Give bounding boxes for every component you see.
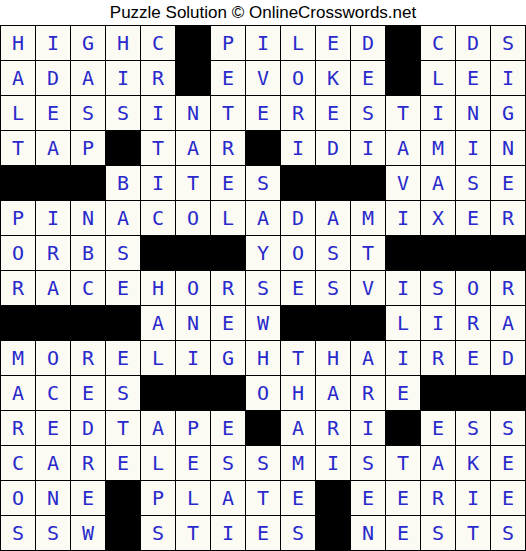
letter-cell[interactable]: R bbox=[141, 61, 175, 95]
black-cell bbox=[106, 516, 140, 550]
letter-cell[interactable]: I bbox=[421, 96, 455, 130]
letter-cell[interactable]: A bbox=[36, 446, 70, 480]
black-cell bbox=[106, 131, 140, 165]
letter-cell[interactable]: V bbox=[246, 61, 280, 95]
letter-cell[interactable]: I bbox=[141, 166, 175, 200]
letter-cell[interactable]: S bbox=[316, 271, 350, 305]
letter-cell[interactable]: S bbox=[316, 236, 350, 270]
letter-cell[interactable]: I bbox=[316, 446, 350, 480]
letter-cell[interactable]: M bbox=[1, 341, 35, 375]
black-cell bbox=[141, 236, 175, 270]
black-cell bbox=[246, 131, 280, 165]
letter-cell[interactable]: E bbox=[211, 61, 245, 95]
letter-cell[interactable]: E bbox=[36, 96, 70, 130]
letter-cell[interactable]: I bbox=[211, 516, 245, 550]
letter-cell[interactable]: S bbox=[211, 446, 245, 480]
letter-cell[interactable]: N bbox=[351, 516, 385, 550]
letter-cell[interactable]: H bbox=[281, 376, 315, 410]
letter-cell[interactable]: R bbox=[316, 411, 350, 445]
letter-cell[interactable]: A bbox=[386, 131, 420, 165]
letter-cell[interactable]: A bbox=[176, 131, 210, 165]
letter-cell[interactable]: O bbox=[36, 341, 70, 375]
letter-cell[interactable]: E bbox=[351, 61, 385, 95]
black-cell bbox=[316, 166, 350, 200]
letter-cell[interactable]: L bbox=[141, 341, 175, 375]
letter-cell[interactable]: G bbox=[71, 26, 105, 60]
letter-cell[interactable]: E bbox=[456, 201, 490, 235]
letter-cell[interactable]: L bbox=[141, 446, 175, 480]
letter-cell[interactable]: L bbox=[421, 61, 455, 95]
black-cell bbox=[351, 306, 385, 340]
letter-cell[interactable]: E bbox=[71, 376, 105, 410]
letter-cell[interactable]: E bbox=[316, 26, 350, 60]
letter-cell[interactable]: C bbox=[1, 446, 35, 480]
letter-cell[interactable]: S bbox=[1, 516, 35, 550]
black-cell bbox=[456, 236, 490, 270]
letter-cell[interactable]: S bbox=[421, 516, 455, 550]
letter-cell[interactable]: E bbox=[456, 341, 490, 375]
letter-cell[interactable]: P bbox=[176, 411, 210, 445]
letter-cell[interactable]: P bbox=[211, 26, 245, 60]
letter-cell[interactable]: I bbox=[176, 341, 210, 375]
letter-cell[interactable]: R bbox=[281, 96, 315, 130]
letter-cell[interactable]: A bbox=[211, 481, 245, 515]
letter-cell[interactable]: C bbox=[421, 26, 455, 60]
letter-cell[interactable]: R bbox=[421, 341, 455, 375]
letter-cell[interactable]: R bbox=[71, 446, 105, 480]
letter-cell[interactable]: C bbox=[141, 201, 175, 235]
letter-cell[interactable]: A bbox=[246, 201, 280, 235]
letter-cell[interactable]: N bbox=[36, 481, 70, 515]
letter-cell[interactable]: L bbox=[1, 96, 35, 130]
letter-cell[interactable]: S bbox=[36, 516, 70, 550]
letter-cell[interactable]: I bbox=[456, 131, 490, 165]
letter-cell[interactable]: R bbox=[211, 271, 245, 305]
black-cell bbox=[281, 306, 315, 340]
letter-cell[interactable]: R bbox=[71, 341, 105, 375]
letter-cell[interactable]: S bbox=[246, 446, 280, 480]
letter-cell[interactable]: K bbox=[456, 446, 490, 480]
letter-cell[interactable]: A bbox=[1, 61, 35, 95]
letter-cell[interactable]: R bbox=[1, 271, 35, 305]
black-cell bbox=[491, 236, 525, 270]
letter-cell[interactable]: A bbox=[36, 131, 70, 165]
letter-cell[interactable]: L bbox=[176, 481, 210, 515]
letter-cell[interactable]: N bbox=[491, 131, 525, 165]
letter-cell[interactable]: T bbox=[1, 131, 35, 165]
letter-cell[interactable]: E bbox=[491, 446, 525, 480]
letter-cell[interactable]: S bbox=[106, 96, 140, 130]
letter-cell[interactable]: E bbox=[281, 271, 315, 305]
black-cell bbox=[106, 481, 140, 515]
letter-cell[interactable]: T bbox=[386, 96, 420, 130]
letter-cell[interactable]: A bbox=[36, 271, 70, 305]
letter-cell[interactable]: O bbox=[176, 271, 210, 305]
letter-cell[interactable]: S bbox=[246, 166, 280, 200]
black-cell bbox=[351, 166, 385, 200]
letter-cell[interactable]: T bbox=[386, 446, 420, 480]
crossword-grid: HIGHCPILEDCDSADAIREVOKELEILESSINTERESTIN… bbox=[0, 25, 526, 551]
letter-cell[interactable]: T bbox=[456, 516, 490, 550]
black-cell bbox=[316, 481, 350, 515]
black-cell bbox=[386, 236, 420, 270]
letter-cell[interactable]: B bbox=[106, 166, 140, 200]
black-cell bbox=[316, 516, 350, 550]
letter-cell[interactable]: E bbox=[211, 166, 245, 200]
letter-cell[interactable]: E bbox=[386, 481, 420, 515]
black-cell bbox=[316, 306, 350, 340]
black-cell bbox=[386, 411, 420, 445]
letter-cell[interactable]: A bbox=[351, 341, 385, 375]
letter-cell[interactable]: A bbox=[316, 376, 350, 410]
letter-cell[interactable]: X bbox=[421, 201, 455, 235]
letter-cell[interactable]: N bbox=[71, 201, 105, 235]
letter-cell[interactable]: A bbox=[281, 411, 315, 445]
letter-cell[interactable]: S bbox=[491, 26, 525, 60]
letter-cell[interactable]: C bbox=[141, 26, 175, 60]
letter-cell[interactable]: A bbox=[1, 376, 35, 410]
letter-cell[interactable]: E bbox=[211, 411, 245, 445]
letter-cell[interactable]: O bbox=[456, 271, 490, 305]
black-cell bbox=[71, 306, 105, 340]
letter-cell[interactable]: D bbox=[36, 61, 70, 95]
letter-cell[interactable]: E bbox=[421, 411, 455, 445]
letter-cell[interactable]: T bbox=[281, 341, 315, 375]
letter-cell[interactable]: A bbox=[491, 306, 525, 340]
black-cell bbox=[1, 166, 35, 200]
letter-cell[interactable]: I bbox=[246, 26, 280, 60]
letter-cell[interactable]: E bbox=[281, 481, 315, 515]
letter-cell[interactable]: T bbox=[211, 96, 245, 130]
letter-cell[interactable]: E bbox=[246, 96, 280, 130]
letter-cell[interactable]: C bbox=[71, 271, 105, 305]
letter-cell[interactable]: I bbox=[281, 131, 315, 165]
black-cell bbox=[176, 236, 210, 270]
letter-cell[interactable]: I bbox=[351, 411, 385, 445]
letter-cell[interactable]: H bbox=[316, 341, 350, 375]
letter-cell[interactable]: A bbox=[316, 201, 350, 235]
letter-cell[interactable]: D bbox=[456, 26, 490, 60]
letter-cell[interactable]: N bbox=[176, 96, 210, 130]
letter-cell[interactable]: R bbox=[421, 481, 455, 515]
letter-cell[interactable]: O bbox=[281, 236, 315, 270]
letter-cell[interactable]: E bbox=[316, 96, 350, 130]
letter-cell[interactable]: M bbox=[421, 131, 455, 165]
letter-cell[interactable]: G bbox=[491, 96, 525, 130]
letter-cell[interactable]: O bbox=[281, 61, 315, 95]
letter-cell[interactable]: E bbox=[36, 411, 70, 445]
letter-cell[interactable]: I bbox=[106, 61, 140, 95]
letter-cell[interactable]: E bbox=[456, 61, 490, 95]
letter-cell[interactable]: T bbox=[351, 236, 385, 270]
letter-cell[interactable]: S bbox=[281, 516, 315, 550]
letter-cell[interactable]: E bbox=[246, 516, 280, 550]
letter-cell[interactable]: H bbox=[1, 26, 35, 60]
letter-cell[interactable]: I bbox=[36, 26, 70, 60]
letter-cell[interactable]: P bbox=[141, 481, 175, 515]
letter-cell[interactable]: O bbox=[176, 201, 210, 235]
letter-cell[interactable]: T bbox=[246, 481, 280, 515]
letter-cell[interactable]: P bbox=[1, 201, 35, 235]
letter-cell[interactable]: S bbox=[106, 236, 140, 270]
letter-cell[interactable]: M bbox=[281, 446, 315, 480]
letter-cell[interactable]: E bbox=[211, 306, 245, 340]
letter-cell[interactable]: S bbox=[491, 516, 525, 550]
letter-cell[interactable]: H bbox=[106, 26, 140, 60]
letter-cell[interactable]: A bbox=[421, 446, 455, 480]
black-cell bbox=[456, 376, 490, 410]
letter-cell[interactable]: E bbox=[71, 481, 105, 515]
letter-cell[interactable]: D bbox=[351, 26, 385, 60]
letter-cell[interactable]: S bbox=[141, 516, 175, 550]
letter-cell[interactable]: P bbox=[71, 131, 105, 165]
letter-cell[interactable]: R bbox=[351, 376, 385, 410]
black-cell bbox=[106, 306, 140, 340]
letter-cell[interactable]: A bbox=[421, 166, 455, 200]
letter-cell[interactable]: T bbox=[176, 516, 210, 550]
letter-cell[interactable]: A bbox=[106, 201, 140, 235]
black-cell bbox=[176, 26, 210, 60]
letter-cell[interactable]: E bbox=[386, 376, 420, 410]
letter-cell[interactable]: W bbox=[71, 516, 105, 550]
letter-cell[interactable]: E bbox=[106, 341, 140, 375]
letter-cell[interactable]: R bbox=[211, 131, 245, 165]
black-cell bbox=[281, 166, 315, 200]
letter-cell[interactable]: I bbox=[141, 96, 175, 130]
letter-cell[interactable]: S bbox=[246, 271, 280, 305]
black-cell bbox=[386, 26, 420, 60]
black-cell bbox=[176, 376, 210, 410]
letter-cell[interactable]: V bbox=[386, 166, 420, 200]
letter-cell[interactable]: O bbox=[1, 236, 35, 270]
letter-cell[interactable]: N bbox=[176, 306, 210, 340]
letter-cell[interactable]: S bbox=[71, 96, 105, 130]
letter-cell[interactable]: A bbox=[141, 306, 175, 340]
letter-cell[interactable]: A bbox=[141, 411, 175, 445]
letter-cell[interactable]: S bbox=[491, 411, 525, 445]
letter-cell[interactable]: E bbox=[386, 516, 420, 550]
letter-cell[interactable]: R bbox=[36, 236, 70, 270]
letter-cell[interactable]: O bbox=[246, 376, 280, 410]
letter-cell[interactable]: S bbox=[351, 96, 385, 130]
letter-cell[interactable]: S bbox=[456, 166, 490, 200]
letter-cell[interactable]: N bbox=[456, 96, 490, 130]
black-cell bbox=[491, 376, 525, 410]
letter-cell[interactable]: R bbox=[491, 201, 525, 235]
letter-cell[interactable]: E bbox=[106, 446, 140, 480]
letter-cell[interactable]: B bbox=[71, 236, 105, 270]
letter-cell[interactable]: S bbox=[421, 271, 455, 305]
letter-cell[interactable]: T bbox=[141, 131, 175, 165]
black-cell bbox=[211, 236, 245, 270]
letter-cell[interactable]: C bbox=[36, 376, 70, 410]
letter-cell[interactable]: D bbox=[281, 201, 315, 235]
letter-cell[interactable]: T bbox=[176, 166, 210, 200]
letter-cell[interactable]: Y bbox=[246, 236, 280, 270]
letter-cell[interactable]: E bbox=[491, 481, 525, 515]
letter-cell[interactable]: L bbox=[211, 201, 245, 235]
letter-cell[interactable]: D bbox=[71, 411, 105, 445]
letter-cell[interactable]: I bbox=[456, 481, 490, 515]
letter-cell[interactable]: H bbox=[246, 341, 280, 375]
letter-cell[interactable]: T bbox=[106, 411, 140, 445]
letter-cell[interactable]: R bbox=[1, 411, 35, 445]
letter-cell[interactable]: S bbox=[106, 376, 140, 410]
letter-cell[interactable]: V bbox=[351, 271, 385, 305]
letter-cell[interactable]: L bbox=[281, 26, 315, 60]
letter-cell[interactable]: I bbox=[421, 306, 455, 340]
letter-cell[interactable]: D bbox=[316, 131, 350, 165]
letter-cell[interactable]: I bbox=[351, 131, 385, 165]
black-cell bbox=[421, 376, 455, 410]
letter-cell[interactable]: K bbox=[316, 61, 350, 95]
letter-cell[interactable]: S bbox=[351, 446, 385, 480]
letter-cell[interactable]: I bbox=[386, 201, 420, 235]
black-cell bbox=[36, 166, 70, 200]
letter-cell[interactable]: E bbox=[351, 481, 385, 515]
letter-cell[interactable]: I bbox=[36, 201, 70, 235]
letter-cell[interactable]: R bbox=[491, 271, 525, 305]
black-cell bbox=[1, 306, 35, 340]
letter-cell[interactable]: G bbox=[211, 341, 245, 375]
letter-cell[interactable]: H bbox=[141, 271, 175, 305]
black-cell bbox=[421, 236, 455, 270]
letter-cell[interactable]: M bbox=[351, 201, 385, 235]
black-cell bbox=[246, 411, 280, 445]
black-cell bbox=[36, 306, 70, 340]
black-cell bbox=[71, 166, 105, 200]
letter-cell[interactable]: E bbox=[176, 446, 210, 480]
letter-cell[interactable]: S bbox=[456, 411, 490, 445]
black-cell bbox=[386, 61, 420, 95]
letter-cell[interactable]: D bbox=[491, 341, 525, 375]
letter-cell[interactable]: E bbox=[491, 166, 525, 200]
letter-cell[interactable]: E bbox=[106, 271, 140, 305]
black-cell bbox=[176, 61, 210, 95]
letter-cell[interactable]: I bbox=[386, 271, 420, 305]
letter-cell[interactable]: W bbox=[246, 306, 280, 340]
black-cell bbox=[141, 376, 175, 410]
letter-cell[interactable]: I bbox=[491, 61, 525, 95]
page-title: Puzzle Solution © OnlineCrosswords.net bbox=[0, 0, 526, 25]
black-cell bbox=[211, 376, 245, 410]
letter-cell[interactable]: R bbox=[456, 306, 490, 340]
letter-cell[interactable]: L bbox=[386, 306, 420, 340]
letter-cell[interactable]: I bbox=[386, 341, 420, 375]
letter-cell[interactable]: O bbox=[1, 481, 35, 515]
puzzle-page: Puzzle Solution © OnlineCrosswords.net H… bbox=[0, 0, 526, 551]
letter-cell[interactable]: A bbox=[71, 61, 105, 95]
